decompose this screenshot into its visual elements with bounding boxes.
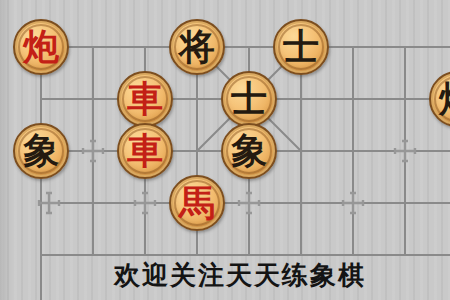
piece-black-advisor[interactable]: 士: [273, 19, 329, 75]
piece-character: 象: [23, 132, 59, 168]
piece-character: 馬: [179, 184, 215, 220]
piece-black-general[interactable]: 将: [169, 19, 225, 75]
piece-red-horse[interactable]: 馬: [169, 175, 225, 231]
piece-character: 炮: [439, 80, 450, 116]
piece-character: 士: [231, 80, 267, 116]
piece-character: 炮: [23, 28, 59, 64]
piece-red-chariot[interactable]: 車: [117, 123, 173, 179]
piece-black-elephant[interactable]: 象: [221, 123, 277, 179]
board[interactable]: 炮将士車士炮象車象馬: [15, 21, 450, 281]
piece-character: 車: [127, 132, 163, 168]
piece-black-advisor[interactable]: 士: [221, 71, 277, 127]
xiangqi-screen: 炮将士車士炮象車象馬 欢迎关注天天练象棋: [0, 0, 450, 300]
piece-black-cannon[interactable]: 炮: [429, 71, 450, 127]
piece-red-cannon[interactable]: 炮: [13, 19, 69, 75]
piece-black-elephant[interactable]: 象: [13, 123, 69, 179]
piece-red-chariot[interactable]: 車: [117, 71, 173, 127]
river-banner-text: 欢迎关注天天练象棋: [32, 258, 448, 293]
piece-character: 車: [127, 80, 163, 116]
piece-character: 象: [231, 132, 267, 168]
piece-character: 士: [283, 28, 319, 64]
piece-character: 将: [179, 28, 215, 64]
